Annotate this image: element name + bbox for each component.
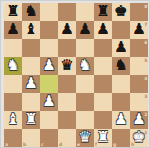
square-b8[interactable]: ♞ <box>22 3 40 21</box>
square-e2[interactable] <box>76 111 94 129</box>
coord-rank-8: 8 <box>144 4 147 9</box>
piece-white-rook[interactable]: ♜ <box>22 111 40 129</box>
square-c6[interactable] <box>40 39 58 57</box>
square-f6[interactable] <box>94 39 112 57</box>
coord-file-h: h <box>131 142 134 147</box>
square-h6[interactable]: 6 <box>130 39 148 57</box>
square-h5[interactable]: 5 <box>130 57 148 75</box>
square-g8[interactable]: ♚ <box>112 3 130 21</box>
piece-black-pawn[interactable]: ♟ <box>112 39 130 57</box>
piece-black-pawn[interactable]: ♟ <box>76 21 94 39</box>
square-a7[interactable]: ♟ <box>4 21 22 39</box>
square-a6[interactable] <box>4 39 22 57</box>
coord-file-b: b <box>23 142 26 147</box>
square-b3[interactable] <box>22 93 40 111</box>
square-f7[interactable]: ♟ <box>94 21 112 39</box>
square-e6[interactable] <box>76 39 94 57</box>
square-f5[interactable] <box>94 57 112 75</box>
square-h3[interactable]: 3 <box>130 93 148 111</box>
chess-board-frame: ♜♞♜♚8♟♝♟♟♟♟7♟6♞♟♛♞♞5♟4♟3♝♜♟♟2abcd♛e♜fg♚1… <box>0 0 150 148</box>
piece-white-knight[interactable]: ♞ <box>4 57 22 75</box>
piece-white-bishop[interactable]: ♝ <box>4 111 22 129</box>
coord-rank-4: 4 <box>144 76 147 81</box>
square-d7[interactable]: ♟ <box>58 21 76 39</box>
square-d5[interactable]: ♛ <box>58 57 76 75</box>
coord-rank-5: 5 <box>144 58 147 63</box>
square-e4[interactable] <box>76 75 94 93</box>
square-d4[interactable] <box>58 75 76 93</box>
square-h1[interactable]: ♚1h <box>130 129 148 147</box>
coord-rank-2: 2 <box>144 112 147 117</box>
square-f8[interactable]: ♜ <box>94 3 112 21</box>
coord-rank-7: 7 <box>144 22 147 27</box>
piece-white-pawn[interactable]: ♟ <box>22 75 40 93</box>
square-b5[interactable] <box>22 57 40 75</box>
square-a1[interactable]: a <box>4 129 22 147</box>
square-c8[interactable] <box>40 3 58 21</box>
piece-black-queen[interactable]: ♛ <box>58 57 76 75</box>
square-f2[interactable] <box>94 111 112 129</box>
square-a2[interactable]: ♝ <box>4 111 22 129</box>
square-e1[interactable]: ♛e <box>76 129 94 147</box>
piece-black-rook[interactable]: ♜ <box>94 3 112 21</box>
coord-file-f: f <box>95 142 97 147</box>
square-g1[interactable]: g <box>112 129 130 147</box>
square-c3[interactable]: ♟ <box>40 93 58 111</box>
square-c2[interactable] <box>40 111 58 129</box>
chess-board: ♜♞♜♚8♟♝♟♟♟♟7♟6♞♟♛♞♞5♟4♟3♝♜♟♟2abcd♛e♜fg♚1… <box>4 3 148 147</box>
piece-black-pawn[interactable]: ♟ <box>58 21 76 39</box>
square-g4[interactable] <box>112 75 130 93</box>
piece-black-rook[interactable]: ♜ <box>4 3 22 21</box>
coord-file-e: e <box>77 142 80 147</box>
square-d2[interactable] <box>58 111 76 129</box>
square-c4[interactable] <box>40 75 58 93</box>
square-c1[interactable]: c <box>40 129 58 147</box>
square-g2[interactable]: ♟ <box>112 111 130 129</box>
piece-white-king[interactable]: ♚ <box>130 129 148 147</box>
square-f4[interactable] <box>94 75 112 93</box>
square-d1[interactable]: d <box>58 129 76 147</box>
square-b4[interactable]: ♟ <box>22 75 40 93</box>
coord-rank-1: 1 <box>144 130 147 135</box>
piece-white-pawn[interactable]: ♟ <box>40 57 58 75</box>
square-c7[interactable] <box>40 21 58 39</box>
coord-rank-3: 3 <box>144 94 147 99</box>
square-h8[interactable]: 8 <box>130 3 148 21</box>
square-e8[interactable] <box>76 3 94 21</box>
square-b6[interactable] <box>22 39 40 57</box>
square-g3[interactable] <box>112 93 130 111</box>
square-h2[interactable]: ♟2 <box>130 111 148 129</box>
square-b1[interactable]: b <box>22 129 40 147</box>
coord-file-d: d <box>59 142 62 147</box>
piece-black-pawn[interactable]: ♟ <box>94 21 112 39</box>
coord-file-g: g <box>113 142 116 147</box>
square-d8[interactable] <box>58 3 76 21</box>
coord-file-c: c <box>41 142 44 147</box>
square-a4[interactable] <box>4 75 22 93</box>
piece-white-rook[interactable]: ♜ <box>94 129 112 147</box>
piece-white-pawn[interactable]: ♟ <box>130 111 148 129</box>
piece-black-king[interactable]: ♚ <box>112 3 130 21</box>
square-d3[interactable] <box>58 93 76 111</box>
piece-black-knight[interactable]: ♞ <box>22 3 40 21</box>
coord-rank-6: 6 <box>144 40 147 45</box>
piece-white-knight[interactable]: ♞ <box>76 57 94 75</box>
square-e7[interactable]: ♟ <box>76 21 94 39</box>
piece-white-pawn[interactable]: ♟ <box>112 111 130 129</box>
square-h4[interactable]: 4 <box>130 75 148 93</box>
piece-white-pawn[interactable]: ♟ <box>40 93 58 111</box>
piece-black-knight[interactable]: ♞ <box>112 57 130 75</box>
square-f1[interactable]: ♜f <box>94 129 112 147</box>
square-b7[interactable]: ♝ <box>22 21 40 39</box>
square-a5[interactable]: ♞ <box>4 57 22 75</box>
square-e3[interactable] <box>76 93 94 111</box>
piece-black-bishop[interactable]: ♝ <box>22 21 40 39</box>
square-g6[interactable]: ♟ <box>112 39 130 57</box>
square-a3[interactable] <box>4 93 22 111</box>
square-e5[interactable]: ♞ <box>76 57 94 75</box>
square-b2[interactable]: ♜ <box>22 111 40 129</box>
square-a8[interactable]: ♜ <box>4 3 22 21</box>
coord-file-a: a <box>5 142 8 147</box>
piece-black-pawn[interactable]: ♟ <box>130 21 148 39</box>
square-f3[interactable] <box>94 93 112 111</box>
piece-black-pawn[interactable]: ♟ <box>4 21 22 39</box>
square-d6[interactable] <box>58 39 76 57</box>
square-g5[interactable]: ♞ <box>112 57 130 75</box>
square-c5[interactable]: ♟ <box>40 57 58 75</box>
square-h7[interactable]: ♟7 <box>130 21 148 39</box>
piece-white-queen[interactable]: ♛ <box>76 129 94 147</box>
square-g7[interactable] <box>112 21 130 39</box>
